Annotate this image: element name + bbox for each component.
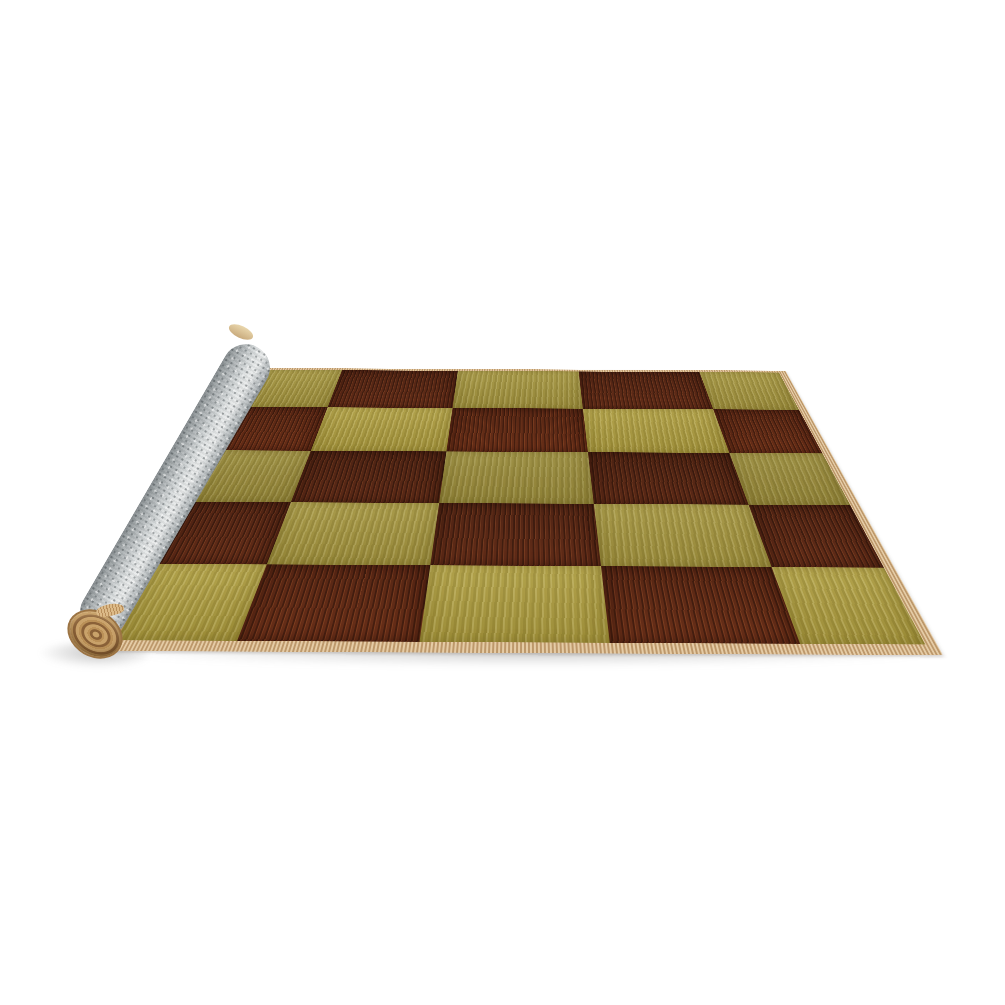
board-square xyxy=(439,451,594,503)
board-square xyxy=(419,565,609,643)
roll-tip-fringe xyxy=(227,321,256,343)
board-square xyxy=(588,452,749,504)
product-photo-scene xyxy=(0,0,1005,1005)
board-square xyxy=(699,372,799,410)
board-square xyxy=(583,409,729,453)
board-square xyxy=(578,371,713,409)
board-square xyxy=(291,451,446,503)
board-square xyxy=(328,370,458,408)
board-square xyxy=(601,566,800,644)
board-square xyxy=(713,409,822,453)
board-square xyxy=(729,453,850,505)
board-square xyxy=(311,407,453,451)
board-square xyxy=(446,408,587,452)
board-square xyxy=(237,564,430,641)
board-square xyxy=(452,371,582,409)
board-square xyxy=(748,505,884,568)
board-square xyxy=(430,503,601,566)
board-square xyxy=(267,502,439,565)
board-square xyxy=(594,504,772,567)
